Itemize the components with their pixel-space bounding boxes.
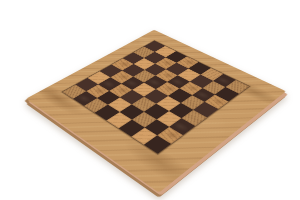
board-shadow-wrapper: [0, 0, 300, 200]
board-frame: [26, 30, 286, 193]
board-squares: [63, 41, 250, 154]
product-photo: [0, 0, 300, 200]
chess-board: [26, 30, 286, 193]
